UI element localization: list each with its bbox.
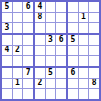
sudoku-cell-r1c9[interactable] bbox=[89, 2, 99, 12]
sudoku-cell-r8c6[interactable] bbox=[56, 79, 66, 89]
sudoku-cell-r8c3[interactable] bbox=[23, 79, 33, 89]
sudoku-cell-r8c9[interactable]: 8 bbox=[89, 79, 99, 89]
sudoku-cell-r8c7[interactable] bbox=[68, 79, 78, 89]
sudoku-cell-r5c8[interactable] bbox=[79, 46, 89, 56]
sudoku-cell-r5c7[interactable] bbox=[68, 46, 78, 56]
sudoku-cell-r9c1[interactable] bbox=[2, 89, 12, 99]
sudoku-cell-r9c5[interactable] bbox=[46, 89, 56, 99]
sudoku-cell-r9c2[interactable] bbox=[13, 89, 23, 99]
sudoku-box-r0c2: 1 bbox=[68, 2, 99, 33]
sudoku-cell-r4c5[interactable]: 3 bbox=[46, 35, 56, 45]
sudoku-cell-r6c4[interactable] bbox=[35, 56, 45, 66]
sudoku-cell-r7c1[interactable] bbox=[2, 68, 12, 78]
sudoku-box-r0c1: 48 bbox=[35, 2, 66, 33]
sudoku-box-r2c0: 71 bbox=[2, 68, 33, 99]
sudoku-cell-r3c2[interactable] bbox=[13, 23, 23, 33]
sudoku-cell-r6c6[interactable] bbox=[56, 56, 66, 66]
sudoku-cell-r2c8[interactable]: 1 bbox=[79, 13, 89, 23]
sudoku-cell-r3c1[interactable]: 3 bbox=[2, 23, 12, 33]
sudoku-cell-r2c6[interactable] bbox=[56, 13, 66, 23]
sudoku-box-r0c0: 563 bbox=[2, 2, 33, 33]
sudoku-cell-r8c1[interactable] bbox=[2, 79, 12, 89]
sudoku-cell-r4c4[interactable] bbox=[35, 35, 45, 45]
sudoku-cell-r8c2[interactable]: 1 bbox=[13, 79, 23, 89]
sudoku-cell-r3c3[interactable] bbox=[23, 23, 33, 33]
sudoku-cell-r1c3[interactable]: 6 bbox=[23, 2, 33, 12]
sudoku-cell-r9c7[interactable] bbox=[68, 89, 78, 99]
sudoku-cell-r9c6[interactable] bbox=[56, 89, 66, 99]
sudoku-cell-r7c7[interactable]: 6 bbox=[68, 68, 78, 78]
sudoku-cell-r3c6[interactable] bbox=[56, 23, 66, 33]
sudoku-cell-r6c7[interactable] bbox=[68, 56, 78, 66]
sudoku-cell-r7c8[interactable] bbox=[79, 68, 89, 78]
sudoku-box-r1c1: 36 bbox=[35, 35, 66, 66]
sudoku-cell-r1c8[interactable] bbox=[79, 2, 89, 12]
sudoku-cell-r5c2[interactable]: 2 bbox=[13, 46, 23, 56]
sudoku-cell-r7c6[interactable] bbox=[56, 68, 66, 78]
sudoku-cell-r8c5[interactable] bbox=[46, 79, 56, 89]
sudoku-cell-r1c1[interactable]: 5 bbox=[2, 2, 12, 12]
sudoku-box-r1c0: 42 bbox=[2, 35, 33, 66]
sudoku-cell-r5c1[interactable]: 4 bbox=[2, 46, 12, 56]
sudoku-cell-r9c4[interactable] bbox=[35, 89, 45, 99]
sudoku-cell-r2c3[interactable] bbox=[23, 13, 33, 23]
sudoku-cell-r3c5[interactable] bbox=[46, 23, 56, 33]
sudoku-cell-r4c7[interactable]: 5 bbox=[68, 35, 78, 45]
sudoku-cell-r2c2[interactable] bbox=[13, 13, 23, 23]
sudoku-box-r1c2: 5 bbox=[68, 35, 99, 66]
sudoku-cell-r1c2[interactable] bbox=[13, 2, 23, 12]
sudoku-cell-r1c7[interactable] bbox=[68, 2, 78, 12]
sudoku-box-r2c1: 52 bbox=[35, 68, 66, 99]
sudoku-cell-r4c8[interactable] bbox=[79, 35, 89, 45]
sudoku-cell-r8c8[interactable] bbox=[79, 79, 89, 89]
sudoku-cell-r1c4[interactable]: 4 bbox=[35, 2, 45, 12]
sudoku-cell-r3c4[interactable] bbox=[35, 23, 45, 33]
sudoku-cell-r7c2[interactable] bbox=[13, 68, 23, 78]
sudoku-cell-r4c1[interactable] bbox=[2, 35, 12, 45]
sudoku-cell-r5c4[interactable] bbox=[35, 46, 45, 56]
sudoku-cell-r6c9[interactable] bbox=[89, 56, 99, 66]
sudoku-cell-r4c9[interactable] bbox=[89, 35, 99, 45]
sudoku-box-r2c2: 68 bbox=[68, 68, 99, 99]
sudoku-cell-r6c8[interactable] bbox=[79, 56, 89, 66]
sudoku-cell-r2c1[interactable] bbox=[2, 13, 12, 23]
sudoku-cell-r9c8[interactable] bbox=[79, 89, 89, 99]
sudoku-cell-r7c5[interactable]: 5 bbox=[46, 68, 56, 78]
sudoku-cell-r5c9[interactable] bbox=[89, 46, 99, 56]
sudoku-cell-r9c3[interactable] bbox=[23, 89, 33, 99]
sudoku-cell-r7c4[interactable] bbox=[35, 68, 45, 78]
sudoku-cell-r2c5[interactable] bbox=[46, 13, 56, 23]
sudoku-cell-r5c5[interactable] bbox=[46, 46, 56, 56]
sudoku-cell-r3c7[interactable] bbox=[68, 23, 78, 33]
sudoku-cell-r5c6[interactable] bbox=[56, 46, 66, 56]
sudoku-cell-r2c9[interactable] bbox=[89, 13, 99, 23]
sudoku-cell-r9c9[interactable] bbox=[89, 89, 99, 99]
sudoku-cell-r7c3[interactable]: 7 bbox=[23, 68, 33, 78]
sudoku-cell-r6c5[interactable] bbox=[46, 56, 56, 66]
sudoku-board: 56348142365715268 bbox=[0, 0, 101, 101]
sudoku-cell-r7c9[interactable] bbox=[89, 68, 99, 78]
sudoku-cell-r6c1[interactable] bbox=[2, 56, 12, 66]
sudoku-cell-r2c4[interactable]: 8 bbox=[35, 13, 45, 23]
sudoku-cell-r8c4[interactable]: 2 bbox=[35, 79, 45, 89]
sudoku-cell-r6c3[interactable] bbox=[23, 56, 33, 66]
sudoku-cell-r5c3[interactable] bbox=[23, 46, 33, 56]
sudoku-cell-r4c6[interactable]: 6 bbox=[56, 35, 66, 45]
sudoku-cell-r4c3[interactable] bbox=[23, 35, 33, 45]
sudoku-cell-r4c2[interactable] bbox=[13, 35, 23, 45]
sudoku-cell-r3c9[interactable] bbox=[89, 23, 99, 33]
sudoku-cell-r3c8[interactable] bbox=[79, 23, 89, 33]
sudoku-cell-r6c2[interactable] bbox=[13, 56, 23, 66]
sudoku-cell-r2c7[interactable] bbox=[68, 13, 78, 23]
sudoku-cell-r1c6[interactable] bbox=[56, 2, 66, 12]
sudoku-cell-r1c5[interactable] bbox=[46, 2, 56, 12]
